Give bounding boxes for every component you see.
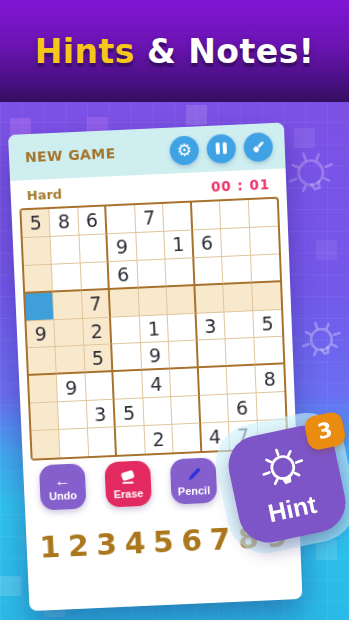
pause-button[interactable] bbox=[206, 133, 236, 163]
cell-r9c3[interactable] bbox=[88, 427, 117, 456]
cell-r6c5[interactable]: 9 bbox=[141, 342, 170, 371]
cell-r5c5[interactable]: 1 bbox=[140, 315, 169, 344]
cell-r8c6[interactable] bbox=[171, 396, 200, 425]
cell-r9c2[interactable] bbox=[60, 429, 89, 458]
cell-r3c6[interactable] bbox=[166, 258, 195, 287]
cell-r4c6[interactable] bbox=[167, 286, 196, 315]
undo-button[interactable]: ← Undo bbox=[39, 463, 87, 510]
cell-r2c7[interactable]: 6 bbox=[193, 229, 222, 258]
banner-title-highlight: Hints bbox=[35, 32, 135, 71]
cell-r7c6[interactable] bbox=[170, 369, 199, 398]
eraser-icon bbox=[118, 468, 139, 488]
app-screen: Hints & Notes! NEW GAME ⚙ bbox=[0, 0, 349, 620]
cell-r6c7[interactable] bbox=[197, 340, 226, 369]
cell-r4c5[interactable] bbox=[138, 287, 167, 316]
cell-r6c2[interactable] bbox=[56, 346, 85, 375]
numpad-7[interactable]: 7 bbox=[209, 522, 231, 558]
cell-r3c7[interactable] bbox=[194, 257, 223, 286]
cell-r8c4[interactable]: 5 bbox=[115, 399, 144, 428]
numpad-6[interactable]: 6 bbox=[181, 523, 203, 559]
deco-tile bbox=[316, 540, 337, 560]
pencil-icon bbox=[183, 465, 203, 485]
timer-value: 00 : 01 bbox=[211, 176, 271, 195]
deco-tile bbox=[186, 105, 207, 125]
cell-r7c7[interactable] bbox=[199, 367, 228, 396]
cell-r6c6[interactable] bbox=[169, 341, 198, 370]
cell-r4c9[interactable] bbox=[252, 282, 281, 311]
cell-r6c9[interactable] bbox=[254, 337, 283, 366]
cell-r5c4[interactable] bbox=[111, 316, 140, 345]
cell-r5c2[interactable] bbox=[55, 318, 85, 347]
cell-r3c4[interactable]: 6 bbox=[109, 261, 139, 290]
cell-r2c9[interactable] bbox=[250, 226, 279, 255]
banner-title: Hints & Notes! bbox=[35, 32, 315, 71]
cell-r4c2[interactable] bbox=[53, 291, 83, 320]
cell-r3c3[interactable] bbox=[81, 262, 111, 291]
cell-r8c3[interactable]: 3 bbox=[87, 400, 116, 429]
cell-r6c4[interactable] bbox=[113, 344, 142, 373]
cell-r2c8[interactable] bbox=[221, 228, 250, 257]
cell-r2c6[interactable]: 1 bbox=[164, 230, 193, 259]
cell-r9c4[interactable] bbox=[116, 426, 145, 455]
cell-r4c3[interactable]: 7 bbox=[82, 290, 112, 319]
cell-r1c3[interactable]: 6 bbox=[78, 206, 108, 235]
cell-r9c1[interactable] bbox=[31, 430, 60, 459]
cell-r1c8[interactable] bbox=[220, 200, 249, 229]
cell-r8c5[interactable] bbox=[143, 397, 172, 426]
cell-r5c3[interactable]: 2 bbox=[83, 317, 113, 346]
pencil-button[interactable]: Pencil bbox=[170, 457, 217, 504]
numpad-1[interactable]: 1 bbox=[39, 529, 61, 565]
cell-r3c2[interactable] bbox=[52, 263, 82, 292]
cell-r7c9[interactable]: 8 bbox=[255, 365, 284, 394]
cell-r6c8[interactable] bbox=[226, 338, 255, 367]
cell-r7c8[interactable] bbox=[227, 366, 256, 395]
cell-r8c7[interactable] bbox=[200, 395, 229, 424]
cell-r1c9[interactable] bbox=[248, 199, 277, 228]
cell-r9c6[interactable] bbox=[173, 424, 202, 453]
cell-r3c9[interactable] bbox=[251, 254, 280, 283]
cell-r7c3[interactable] bbox=[85, 372, 114, 401]
numpad-2[interactable]: 2 bbox=[67, 528, 89, 564]
cell-r1c5[interactable]: 7 bbox=[135, 204, 165, 233]
cell-r9c5[interactable]: 2 bbox=[144, 425, 173, 454]
numpad-4[interactable]: 4 bbox=[124, 526, 146, 562]
banner-title-rest: & Notes! bbox=[135, 32, 314, 71]
cell-r1c7[interactable] bbox=[192, 201, 222, 230]
cell-r6c3[interactable]: 5 bbox=[84, 345, 113, 374]
undo-label: Undo bbox=[49, 489, 77, 502]
promo-banner: Hints & Notes! bbox=[0, 0, 349, 102]
cell-r3c5[interactable] bbox=[137, 259, 167, 288]
cell-r1c4[interactable] bbox=[107, 205, 137, 234]
cell-r1c2[interactable]: 8 bbox=[50, 208, 80, 237]
cell-r5c1[interactable]: 9 bbox=[26, 320, 56, 349]
undo-arrow-icon: ← bbox=[54, 472, 71, 488]
cell-r8c8[interactable]: 6 bbox=[228, 394, 257, 423]
cell-r8c2[interactable] bbox=[58, 401, 87, 430]
cell-r2c3[interactable] bbox=[79, 234, 109, 263]
theme-button[interactable] bbox=[243, 132, 273, 162]
numpad-5[interactable]: 5 bbox=[152, 524, 174, 560]
difficulty-label: Hard bbox=[26, 186, 62, 203]
gear-icon: ⚙ bbox=[176, 141, 192, 159]
cell-r1c6[interactable] bbox=[163, 203, 193, 232]
page-title: NEW GAME bbox=[25, 143, 170, 166]
cell-r2c2[interactable] bbox=[51, 235, 81, 264]
cell-r4c8[interactable] bbox=[223, 283, 252, 312]
cell-r7c5[interactable]: 4 bbox=[142, 370, 171, 399]
cell-r2c5[interactable] bbox=[136, 232, 166, 261]
sudoku-board: 5867916679213559948356247 bbox=[19, 197, 288, 461]
settings-button[interactable]: ⚙ bbox=[169, 135, 199, 165]
cell-r5c6[interactable] bbox=[168, 313, 197, 342]
cell-r4c7[interactable] bbox=[195, 284, 224, 313]
pencil-label: Pencil bbox=[178, 484, 211, 497]
cell-r8c1[interactable] bbox=[30, 402, 59, 431]
cell-r7c2[interactable]: 9 bbox=[57, 374, 86, 403]
cell-r5c9[interactable]: 5 bbox=[253, 310, 282, 339]
erase-button[interactable]: Erase bbox=[104, 460, 152, 507]
deco-tile bbox=[316, 240, 337, 260]
cell-r5c7[interactable]: 3 bbox=[196, 312, 225, 341]
cell-r3c1[interactable] bbox=[24, 264, 54, 293]
brush-icon bbox=[249, 138, 267, 156]
header-buttons: ⚙ bbox=[169, 132, 273, 166]
cell-r2c4[interactable]: 9 bbox=[108, 233, 138, 262]
deco-tile bbox=[0, 576, 21, 596]
cell-r4c4[interactable] bbox=[110, 288, 139, 317]
cell-r5c8[interactable] bbox=[225, 311, 254, 340]
cell-r6c1[interactable] bbox=[28, 347, 58, 376]
pause-icon bbox=[216, 142, 227, 154]
cell-r1c1[interactable]: 5 bbox=[21, 209, 51, 238]
cell-r4c1[interactable] bbox=[25, 292, 55, 321]
cell-r7c4[interactable] bbox=[114, 371, 143, 400]
cell-r2c1[interactable] bbox=[23, 237, 53, 266]
cell-r3c8[interactable] bbox=[222, 255, 251, 284]
numpad-3[interactable]: 3 bbox=[96, 527, 118, 563]
cell-r7c1[interactable] bbox=[29, 375, 58, 404]
erase-label: Erase bbox=[113, 487, 143, 500]
